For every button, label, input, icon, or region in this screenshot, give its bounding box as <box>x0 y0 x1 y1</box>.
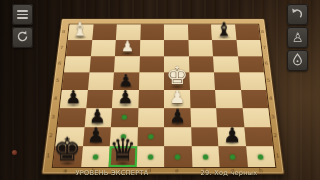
record-indicator-dot <box>12 150 17 155</box>
piece-black-pawn[interactable]: ♟ <box>169 107 186 126</box>
chess-app-screen: ♝♝♟♟♚♟♟♟♟♟♟♟♚♛ abcdefgh 87654321 8765432… <box>0 0 320 180</box>
square-g1[interactable] <box>218 147 247 168</box>
chess-piece-icon: ♙ <box>292 30 304 45</box>
square-g8[interactable]: ♝ <box>211 25 236 40</box>
piece-black-pawn[interactable]: ♟ <box>65 89 81 107</box>
square-h6[interactable] <box>237 56 263 73</box>
piece-black-bishop[interactable]: ♝ <box>216 21 233 40</box>
square-c7[interactable]: ♟ <box>115 40 140 56</box>
pieces-button[interactable]: ♙ <box>287 27 308 48</box>
legal-move-dot[interactable] <box>148 154 153 159</box>
piece-black-king[interactable]: ♚ <box>53 134 81 166</box>
piece-black-pawn[interactable]: ♟ <box>223 125 241 145</box>
undo-button[interactable] <box>287 4 308 25</box>
square-c3[interactable] <box>111 108 138 127</box>
square-a7[interactable] <box>66 40 92 56</box>
hamburger-icon <box>17 8 28 22</box>
square-c4[interactable]: ♟ <box>112 90 139 108</box>
square-h1[interactable] <box>246 147 276 168</box>
piece-black-pawn[interactable]: ♟ <box>87 125 105 145</box>
square-d1[interactable] <box>136 147 164 168</box>
piece-black-queen[interactable]: ♛ <box>109 135 136 166</box>
rotate-icon <box>16 28 29 47</box>
legal-move-dot[interactable] <box>92 154 98 159</box>
square-g6[interactable] <box>213 56 239 73</box>
rank-label-8: 8 <box>257 24 267 39</box>
rotate-board-button[interactable] <box>12 27 33 48</box>
square-b2[interactable]: ♟ <box>83 127 111 147</box>
legal-move-dot[interactable] <box>122 115 127 120</box>
square-e1[interactable] <box>164 147 192 168</box>
square-b7[interactable] <box>90 40 115 56</box>
piece-black-pawn[interactable]: ♟ <box>117 89 133 107</box>
legal-move-dot[interactable] <box>230 154 236 159</box>
square-h7[interactable] <box>236 40 262 56</box>
square-e8[interactable] <box>164 25 188 40</box>
square-h3[interactable] <box>242 108 270 127</box>
undo-arrow-icon <box>291 5 304 24</box>
square-d3[interactable] <box>137 108 164 127</box>
square-d2[interactable] <box>137 127 164 147</box>
square-g2[interactable]: ♟ <box>217 127 245 147</box>
square-b1[interactable] <box>81 147 110 168</box>
square-g5[interactable] <box>214 73 241 90</box>
square-f7[interactable] <box>188 40 213 56</box>
legal-move-dot[interactable] <box>257 154 263 159</box>
square-a8[interactable]: ♝ <box>68 25 93 40</box>
square-h5[interactable] <box>239 73 266 90</box>
square-b6[interactable] <box>89 56 115 73</box>
square-a4[interactable]: ♟ <box>60 90 88 108</box>
square-f3[interactable] <box>190 108 217 127</box>
piece-white-bishop[interactable]: ♝ <box>72 21 89 40</box>
board-3d-wrapper: ♝♝♟♟♚♟♟♟♟♟♟♟♚♛ abcdefgh 87654321 8765432… <box>41 18 285 174</box>
level-label: УРОВЕНЬ ЭКСПЕРТА <box>62 169 162 177</box>
square-d7[interactable] <box>139 40 164 56</box>
square-c1[interactable]: ♛ <box>109 147 137 168</box>
square-e7[interactable] <box>164 40 189 56</box>
piece-white-pawn[interactable]: ♟ <box>121 41 134 56</box>
square-d4[interactable] <box>138 90 164 108</box>
square-a6[interactable] <box>64 56 90 73</box>
square-f1[interactable] <box>191 147 219 168</box>
square-f2[interactable] <box>191 127 219 147</box>
square-b5[interactable] <box>87 73 114 90</box>
square-d5[interactable] <box>138 73 164 90</box>
square-g7[interactable] <box>212 40 237 56</box>
square-f5[interactable] <box>189 73 215 90</box>
square-h4[interactable] <box>241 90 269 108</box>
square-d8[interactable] <box>140 25 164 40</box>
rank-label-7: 7 <box>259 39 270 55</box>
square-f6[interactable] <box>188 56 214 73</box>
square-f8[interactable] <box>188 25 213 40</box>
menu-button[interactable] <box>12 4 33 25</box>
square-b8[interactable] <box>92 25 117 40</box>
square-g4[interactable] <box>215 90 242 108</box>
square-e3[interactable]: ♟ <box>164 108 191 127</box>
square-h2[interactable] <box>244 127 273 147</box>
hint-button[interactable] <box>287 50 308 71</box>
square-h8[interactable] <box>235 25 260 40</box>
legal-move-dot[interactable] <box>203 154 209 159</box>
square-e2[interactable] <box>164 127 191 147</box>
rank-label-8: 8 <box>58 24 68 39</box>
square-f4[interactable] <box>190 90 217 108</box>
legal-move-dot[interactable] <box>175 154 180 159</box>
square-d6[interactable] <box>139 56 164 73</box>
square-a1[interactable]: ♚ <box>53 147 83 168</box>
chess-board: ♝♝♟♟♚♟♟♟♟♟♟♟♚♛ <box>52 24 277 168</box>
move-indicator: 29. Ход черных <box>183 169 275 177</box>
pin-icon <box>292 51 303 70</box>
square-a3[interactable] <box>58 108 86 127</box>
piece-white-king[interactable]: ♚ <box>166 64 188 89</box>
